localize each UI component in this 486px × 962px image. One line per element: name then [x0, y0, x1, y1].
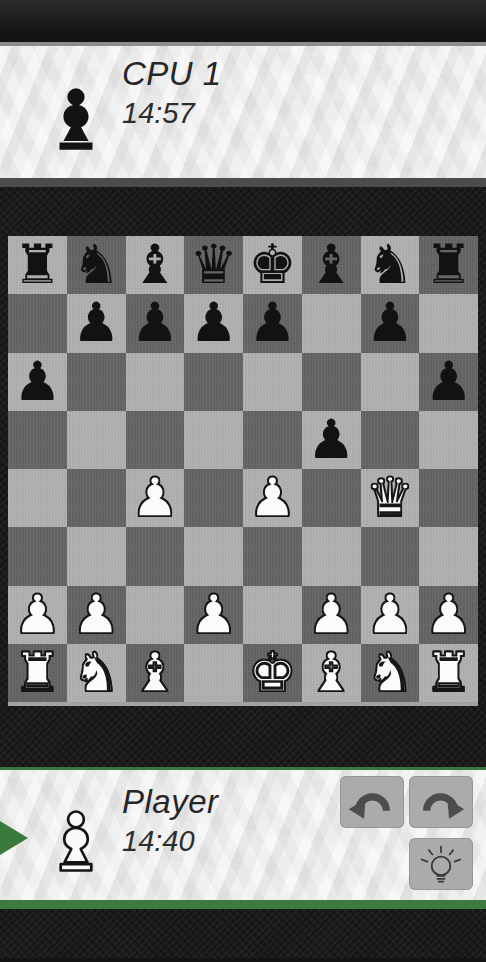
- black-rook[interactable]: ♜: [424, 238, 472, 292]
- square-g8[interactable]: ♞: [361, 236, 420, 294]
- redo-icon: [417, 782, 465, 822]
- square-f1[interactable]: ♝: [302, 644, 361, 702]
- black-pawn[interactable]: ♟: [189, 296, 237, 350]
- square-d2[interactable]: ♟: [184, 586, 243, 644]
- square-e2[interactable]: [243, 586, 302, 644]
- board-top-gap: [0, 187, 486, 236]
- square-b3[interactable]: [67, 527, 126, 585]
- hint-button[interactable]: [409, 838, 473, 890]
- white-rook[interactable]: ♜: [13, 646, 61, 700]
- square-e6[interactable]: [243, 353, 302, 411]
- square-b5[interactable]: [67, 411, 126, 469]
- square-h7[interactable]: [419, 294, 478, 352]
- black-bishop[interactable]: ♝: [131, 238, 179, 292]
- square-e8[interactable]: ♚: [243, 236, 302, 294]
- square-c2[interactable]: [126, 586, 185, 644]
- lightbulb-icon: [418, 843, 464, 886]
- square-g6[interactable]: [361, 353, 420, 411]
- square-a5[interactable]: [8, 411, 67, 469]
- white-pawn[interactable]: ♟: [189, 588, 237, 642]
- square-d5[interactable]: [184, 411, 243, 469]
- square-a2[interactable]: ♟: [8, 586, 67, 644]
- square-f3[interactable]: [302, 527, 361, 585]
- white-pawn[interactable]: ♟: [72, 588, 120, 642]
- square-f6[interactable]: [302, 353, 361, 411]
- square-b2[interactable]: ♟: [67, 586, 126, 644]
- square-f7[interactable]: [302, 294, 361, 352]
- white-bishop[interactable]: ♝: [307, 646, 355, 700]
- white-knight[interactable]: ♞: [72, 646, 120, 700]
- player-panel-bottom-bar: [0, 900, 486, 909]
- square-h8[interactable]: ♜: [419, 236, 478, 294]
- square-f5[interactable]: ♟: [302, 411, 361, 469]
- square-b6[interactable]: [67, 353, 126, 411]
- square-h5[interactable]: [419, 411, 478, 469]
- square-h2[interactable]: ♟: [419, 586, 478, 644]
- black-knight[interactable]: ♞: [366, 238, 414, 292]
- undo-icon: [348, 782, 396, 822]
- top-background: [0, 0, 486, 42]
- square-c3[interactable]: [126, 527, 185, 585]
- square-b4[interactable]: [67, 469, 126, 527]
- white-bishop[interactable]: ♝: [131, 646, 179, 700]
- black-pawn[interactable]: ♟: [366, 296, 414, 350]
- player-name: Player: [122, 782, 219, 822]
- board-bottom-gap: [0, 706, 486, 767]
- square-g2[interactable]: ♟: [361, 586, 420, 644]
- square-g1[interactable]: ♞: [361, 644, 420, 702]
- square-a4[interactable]: [8, 469, 67, 527]
- black-pawn[interactable]: ♟: [131, 296, 179, 350]
- square-e4[interactable]: ♟: [243, 469, 302, 527]
- white-pawn[interactable]: ♟: [424, 588, 472, 642]
- square-h3[interactable]: [419, 527, 478, 585]
- square-d6[interactable]: [184, 353, 243, 411]
- player-panel: Player 14:40: [0, 770, 486, 900]
- undo-button[interactable]: [340, 776, 404, 828]
- black-knight[interactable]: ♞: [72, 238, 120, 292]
- square-b8[interactable]: ♞: [67, 236, 126, 294]
- black-rook[interactable]: ♜: [13, 238, 61, 292]
- square-d8[interactable]: ♛: [184, 236, 243, 294]
- black-queen[interactable]: ♛: [189, 238, 237, 292]
- black-pawn-icon: [52, 86, 100, 152]
- square-d7[interactable]: ♟: [184, 294, 243, 352]
- bottom-background: [0, 909, 486, 958]
- opponent-name: CPU 1: [122, 54, 222, 94]
- square-b1[interactable]: ♞: [67, 644, 126, 702]
- white-pawn[interactable]: ♟: [307, 588, 355, 642]
- square-g7[interactable]: ♟: [361, 294, 420, 352]
- white-pawn[interactable]: ♟: [13, 588, 61, 642]
- square-c8[interactable]: ♝: [126, 236, 185, 294]
- chess-board: ♜♞♝♛♚♝♞♜♟♟♟♟♟♟♟♟♟♟♛♟♟♟♟♟♟♜♞♝♚♝♞♜: [8, 236, 478, 706]
- redo-button[interactable]: [409, 776, 473, 828]
- black-pawn[interactable]: ♟: [72, 296, 120, 350]
- white-pawn[interactable]: ♟: [248, 471, 296, 525]
- black-pawn[interactable]: ♟: [307, 413, 355, 467]
- square-g5[interactable]: [361, 411, 420, 469]
- black-pawn[interactable]: ♟: [248, 296, 296, 350]
- square-a3[interactable]: [8, 527, 67, 585]
- opponent-panel: CPU 1 14:57: [0, 46, 486, 178]
- square-c7[interactable]: ♟: [126, 294, 185, 352]
- opponent-panel-divider: [0, 178, 486, 187]
- board-area: ♜♞♝♛♚♝♞♜♟♟♟♟♟♟♟♟♟♟♛♟♟♟♟♟♟♜♞♝♚♝♞♜: [0, 236, 486, 706]
- square-c4[interactable]: ♟: [126, 469, 185, 527]
- square-f2[interactable]: ♟: [302, 586, 361, 644]
- white-king[interactable]: ♚: [248, 646, 296, 700]
- square-e5[interactable]: [243, 411, 302, 469]
- square-c5[interactable]: [126, 411, 185, 469]
- square-d4[interactable]: [184, 469, 243, 527]
- square-f8[interactable]: ♝: [302, 236, 361, 294]
- turn-indicator-arrow: [0, 821, 28, 855]
- white-rook[interactable]: ♜: [424, 646, 472, 700]
- square-f4[interactable]: [302, 469, 361, 527]
- square-a7[interactable]: [8, 294, 67, 352]
- square-g3[interactable]: [361, 527, 420, 585]
- square-h6[interactable]: ♟: [419, 353, 478, 411]
- white-pawn[interactable]: ♟: [366, 588, 414, 642]
- square-e7[interactable]: ♟: [243, 294, 302, 352]
- square-g4[interactable]: ♛: [361, 469, 420, 527]
- square-h1[interactable]: ♜: [419, 644, 478, 702]
- square-c6[interactable]: [126, 353, 185, 411]
- square-b7[interactable]: ♟: [67, 294, 126, 352]
- square-a8[interactable]: ♜: [8, 236, 67, 294]
- square-h4[interactable]: [419, 469, 478, 527]
- square-e1[interactable]: ♚: [243, 644, 302, 702]
- black-pawn[interactable]: ♟: [424, 355, 472, 409]
- black-king[interactable]: ♚: [248, 238, 296, 292]
- square-c1[interactable]: ♝: [126, 644, 185, 702]
- player-clock: 14:40: [122, 822, 219, 860]
- white-queen[interactable]: ♛: [366, 471, 414, 525]
- white-pawn[interactable]: ♟: [131, 471, 179, 525]
- black-pawn[interactable]: ♟: [13, 355, 61, 409]
- white-knight[interactable]: ♞: [366, 646, 414, 700]
- square-d1[interactable]: [184, 644, 243, 702]
- square-a1[interactable]: ♜: [8, 644, 67, 702]
- black-bishop[interactable]: ♝: [307, 238, 355, 292]
- square-e3[interactable]: [243, 527, 302, 585]
- opponent-clock: 14:57: [122, 94, 222, 132]
- white-pawn-icon: [52, 808, 100, 874]
- square-d3[interactable]: [184, 527, 243, 585]
- square-a6[interactable]: ♟: [8, 353, 67, 411]
